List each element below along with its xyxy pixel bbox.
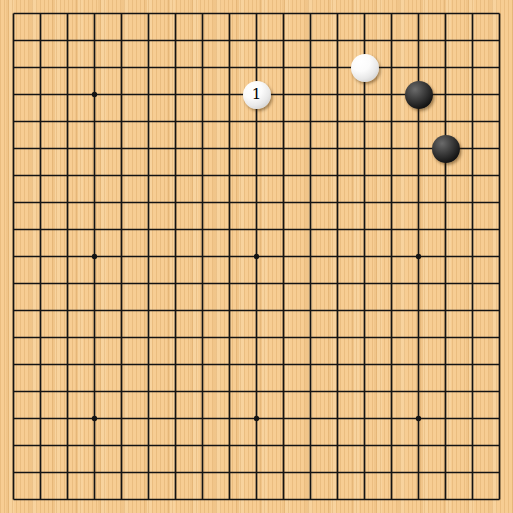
- intersection-P13[interactable]: [378, 162, 405, 189]
- intersection-N16[interactable]: [324, 81, 351, 108]
- intersection-T12[interactable]: [486, 189, 513, 216]
- intersection-O18[interactable]: [351, 27, 378, 54]
- intersection-P3[interactable]: [378, 432, 405, 459]
- intersection-T18[interactable]: [486, 27, 513, 54]
- intersection-H15[interactable]: [189, 108, 216, 135]
- intersection-M14[interactable]: [297, 135, 324, 162]
- intersection-C2[interactable]: [54, 459, 81, 486]
- intersection-R17[interactable]: [432, 54, 459, 81]
- intersection-L17[interactable]: [270, 54, 297, 81]
- intersection-T19[interactable]: [486, 0, 513, 27]
- intersection-A6[interactable]: [0, 351, 27, 378]
- intersection-D9[interactable]: [81, 270, 108, 297]
- intersection-S16[interactable]: [459, 81, 486, 108]
- intersection-A14[interactable]: [0, 135, 27, 162]
- intersection-D7[interactable]: [81, 324, 108, 351]
- intersection-C13[interactable]: [54, 162, 81, 189]
- intersection-P19[interactable]: [378, 0, 405, 27]
- intersection-N2[interactable]: [324, 459, 351, 486]
- intersection-O2[interactable]: [351, 459, 378, 486]
- intersection-A2[interactable]: [0, 459, 27, 486]
- intersection-Q5[interactable]: [405, 378, 432, 405]
- intersection-Q15[interactable]: [405, 108, 432, 135]
- intersection-D4[interactable]: [81, 405, 108, 432]
- intersection-M8[interactable]: [297, 297, 324, 324]
- intersection-F11[interactable]: [135, 216, 162, 243]
- intersection-L7[interactable]: [270, 324, 297, 351]
- intersection-C15[interactable]: [54, 108, 81, 135]
- intersection-A1[interactable]: [0, 486, 27, 513]
- intersection-E16[interactable]: [108, 81, 135, 108]
- intersection-B1[interactable]: [27, 486, 54, 513]
- intersection-T13[interactable]: [486, 162, 513, 189]
- intersection-F6[interactable]: [135, 351, 162, 378]
- intersection-E11[interactable]: [108, 216, 135, 243]
- intersection-Q6[interactable]: [405, 351, 432, 378]
- intersection-K12[interactable]: [243, 189, 270, 216]
- intersection-M2[interactable]: [297, 459, 324, 486]
- intersection-A5[interactable]: [0, 378, 27, 405]
- intersection-F10[interactable]: [135, 243, 162, 270]
- intersection-K2[interactable]: [243, 459, 270, 486]
- intersection-B18[interactable]: [27, 27, 54, 54]
- intersection-M19[interactable]: [297, 0, 324, 27]
- intersection-F13[interactable]: [135, 162, 162, 189]
- intersection-N13[interactable]: [324, 162, 351, 189]
- intersection-J1[interactable]: [216, 486, 243, 513]
- intersection-A17[interactable]: [0, 54, 27, 81]
- intersection-S2[interactable]: [459, 459, 486, 486]
- intersection-C17[interactable]: [54, 54, 81, 81]
- intersection-D11[interactable]: [81, 216, 108, 243]
- intersection-D12[interactable]: [81, 189, 108, 216]
- intersection-C1[interactable]: [54, 486, 81, 513]
- intersection-O13[interactable]: [351, 162, 378, 189]
- intersection-F5[interactable]: [135, 378, 162, 405]
- intersection-P16[interactable]: [378, 81, 405, 108]
- intersection-C18[interactable]: [54, 27, 81, 54]
- intersection-A12[interactable]: [0, 189, 27, 216]
- intersection-S7[interactable]: [459, 324, 486, 351]
- intersection-L16[interactable]: [270, 81, 297, 108]
- intersection-F17[interactable]: [135, 54, 162, 81]
- intersection-K13[interactable]: [243, 162, 270, 189]
- intersection-P4[interactable]: [378, 405, 405, 432]
- intersection-S12[interactable]: [459, 189, 486, 216]
- intersection-G5[interactable]: [162, 378, 189, 405]
- intersection-P17[interactable]: [378, 54, 405, 81]
- intersection-P5[interactable]: [378, 378, 405, 405]
- intersection-T7[interactable]: [486, 324, 513, 351]
- intersection-E8[interactable]: [108, 297, 135, 324]
- intersection-F3[interactable]: [135, 432, 162, 459]
- intersection-K18[interactable]: [243, 27, 270, 54]
- intersection-B6[interactable]: [27, 351, 54, 378]
- intersection-G16[interactable]: [162, 81, 189, 108]
- intersection-K3[interactable]: [243, 432, 270, 459]
- intersection-O5[interactable]: [351, 378, 378, 405]
- intersection-J10[interactable]: [216, 243, 243, 270]
- intersection-D3[interactable]: [81, 432, 108, 459]
- intersection-O3[interactable]: [351, 432, 378, 459]
- intersection-J3[interactable]: [216, 432, 243, 459]
- intersection-F7[interactable]: [135, 324, 162, 351]
- intersection-F8[interactable]: [135, 297, 162, 324]
- intersection-R4[interactable]: [432, 405, 459, 432]
- intersection-K14[interactable]: [243, 135, 270, 162]
- intersection-H13[interactable]: [189, 162, 216, 189]
- intersection-M5[interactable]: [297, 378, 324, 405]
- intersection-P8[interactable]: [378, 297, 405, 324]
- intersection-B3[interactable]: [27, 432, 54, 459]
- intersection-C4[interactable]: [54, 405, 81, 432]
- intersection-J9[interactable]: [216, 270, 243, 297]
- intersection-H16[interactable]: [189, 81, 216, 108]
- intersection-Q4[interactable]: [405, 405, 432, 432]
- intersection-B9[interactable]: [27, 270, 54, 297]
- intersection-C10[interactable]: [54, 243, 81, 270]
- intersection-Q14[interactable]: [405, 135, 432, 162]
- intersection-B5[interactable]: [27, 378, 54, 405]
- intersection-F15[interactable]: [135, 108, 162, 135]
- intersection-E15[interactable]: [108, 108, 135, 135]
- intersection-H8[interactable]: [189, 297, 216, 324]
- intersection-L10[interactable]: [270, 243, 297, 270]
- intersection-F12[interactable]: [135, 189, 162, 216]
- intersection-K15[interactable]: [243, 108, 270, 135]
- intersection-P6[interactable]: [378, 351, 405, 378]
- intersection-G13[interactable]: [162, 162, 189, 189]
- intersection-E10[interactable]: [108, 243, 135, 270]
- intersection-P12[interactable]: [378, 189, 405, 216]
- intersection-J12[interactable]: [216, 189, 243, 216]
- intersection-O19[interactable]: [351, 0, 378, 27]
- intersection-M4[interactable]: [297, 405, 324, 432]
- intersection-H6[interactable]: [189, 351, 216, 378]
- intersection-H5[interactable]: [189, 378, 216, 405]
- intersection-B8[interactable]: [27, 297, 54, 324]
- intersection-G14[interactable]: [162, 135, 189, 162]
- intersection-L4[interactable]: [270, 405, 297, 432]
- intersection-M17[interactable]: [297, 54, 324, 81]
- intersection-E19[interactable]: [108, 0, 135, 27]
- intersection-O15[interactable]: [351, 108, 378, 135]
- intersection-A15[interactable]: [0, 108, 27, 135]
- intersection-S6[interactable]: [459, 351, 486, 378]
- intersection-C16[interactable]: [54, 81, 81, 108]
- intersection-R7[interactable]: [432, 324, 459, 351]
- intersection-L13[interactable]: [270, 162, 297, 189]
- intersection-R10[interactable]: [432, 243, 459, 270]
- intersection-J11[interactable]: [216, 216, 243, 243]
- intersection-T17[interactable]: [486, 54, 513, 81]
- intersection-O8[interactable]: [351, 297, 378, 324]
- intersection-O14[interactable]: [351, 135, 378, 162]
- intersection-S13[interactable]: [459, 162, 486, 189]
- intersection-S1[interactable]: [459, 486, 486, 513]
- intersection-O6[interactable]: [351, 351, 378, 378]
- intersection-D2[interactable]: [81, 459, 108, 486]
- intersection-D16[interactable]: [81, 81, 108, 108]
- intersection-B15[interactable]: [27, 108, 54, 135]
- intersection-M12[interactable]: [297, 189, 324, 216]
- intersection-G19[interactable]: [162, 0, 189, 27]
- intersection-N8[interactable]: [324, 297, 351, 324]
- intersection-K1[interactable]: [243, 486, 270, 513]
- intersection-Q3[interactable]: [405, 432, 432, 459]
- intersection-M16[interactable]: [297, 81, 324, 108]
- intersection-B11[interactable]: [27, 216, 54, 243]
- intersection-N4[interactable]: [324, 405, 351, 432]
- intersection-J7[interactable]: [216, 324, 243, 351]
- intersection-T15[interactable]: [486, 108, 513, 135]
- intersection-D6[interactable]: [81, 351, 108, 378]
- intersection-Q18[interactable]: [405, 27, 432, 54]
- intersection-P1[interactable]: [378, 486, 405, 513]
- intersection-T3[interactable]: [486, 432, 513, 459]
- intersection-N19[interactable]: [324, 0, 351, 27]
- intersection-S11[interactable]: [459, 216, 486, 243]
- intersection-E9[interactable]: [108, 270, 135, 297]
- intersection-H3[interactable]: [189, 432, 216, 459]
- intersection-J4[interactable]: [216, 405, 243, 432]
- intersection-Q11[interactable]: [405, 216, 432, 243]
- intersection-F18[interactable]: [135, 27, 162, 54]
- intersection-A3[interactable]: [0, 432, 27, 459]
- intersection-F19[interactable]: [135, 0, 162, 27]
- intersection-K5[interactable]: [243, 378, 270, 405]
- intersection-C9[interactable]: [54, 270, 81, 297]
- intersection-K7[interactable]: [243, 324, 270, 351]
- intersection-B7[interactable]: [27, 324, 54, 351]
- intersection-G15[interactable]: [162, 108, 189, 135]
- intersection-E5[interactable]: [108, 378, 135, 405]
- intersection-R15[interactable]: [432, 108, 459, 135]
- intersection-D8[interactable]: [81, 297, 108, 324]
- intersection-K19[interactable]: [243, 0, 270, 27]
- intersection-H14[interactable]: [189, 135, 216, 162]
- intersection-Q2[interactable]: [405, 459, 432, 486]
- intersection-L6[interactable]: [270, 351, 297, 378]
- intersection-M1[interactable]: [297, 486, 324, 513]
- intersection-D5[interactable]: [81, 378, 108, 405]
- intersection-D17[interactable]: [81, 54, 108, 81]
- intersection-E2[interactable]: [108, 459, 135, 486]
- intersection-P9[interactable]: [378, 270, 405, 297]
- intersection-P15[interactable]: [378, 108, 405, 135]
- intersection-F9[interactable]: [135, 270, 162, 297]
- intersection-E18[interactable]: [108, 27, 135, 54]
- intersection-Q1[interactable]: [405, 486, 432, 513]
- intersection-N11[interactable]: [324, 216, 351, 243]
- intersection-R8[interactable]: [432, 297, 459, 324]
- intersection-L5[interactable]: [270, 378, 297, 405]
- intersection-T10[interactable]: [486, 243, 513, 270]
- intersection-N17[interactable]: [324, 54, 351, 81]
- intersection-Q10[interactable]: [405, 243, 432, 270]
- intersection-E1[interactable]: [108, 486, 135, 513]
- intersection-F1[interactable]: [135, 486, 162, 513]
- intersection-G8[interactable]: [162, 297, 189, 324]
- intersection-E7[interactable]: [108, 324, 135, 351]
- intersection-D13[interactable]: [81, 162, 108, 189]
- intersection-Q12[interactable]: [405, 189, 432, 216]
- intersection-L18[interactable]: [270, 27, 297, 54]
- intersection-K6[interactable]: [243, 351, 270, 378]
- intersection-Q9[interactable]: [405, 270, 432, 297]
- intersection-B12[interactable]: [27, 189, 54, 216]
- intersection-R9[interactable]: [432, 270, 459, 297]
- intersection-Q19[interactable]: [405, 0, 432, 27]
- intersection-Q7[interactable]: [405, 324, 432, 351]
- intersection-G3[interactable]: [162, 432, 189, 459]
- intersection-R13[interactable]: [432, 162, 459, 189]
- intersection-N18[interactable]: [324, 27, 351, 54]
- intersection-R2[interactable]: [432, 459, 459, 486]
- intersection-R11[interactable]: [432, 216, 459, 243]
- intersection-F14[interactable]: [135, 135, 162, 162]
- intersection-E4[interactable]: [108, 405, 135, 432]
- intersection-N5[interactable]: [324, 378, 351, 405]
- intersection-B2[interactable]: [27, 459, 54, 486]
- intersection-O17[interactable]: [351, 54, 378, 81]
- intersection-O9[interactable]: [351, 270, 378, 297]
- intersection-N3[interactable]: [324, 432, 351, 459]
- intersection-T2[interactable]: [486, 459, 513, 486]
- intersection-N12[interactable]: [324, 189, 351, 216]
- intersection-S4[interactable]: [459, 405, 486, 432]
- intersection-C7[interactable]: [54, 324, 81, 351]
- intersection-H2[interactable]: [189, 459, 216, 486]
- intersection-Q8[interactable]: [405, 297, 432, 324]
- intersection-R12[interactable]: [432, 189, 459, 216]
- intersection-R19[interactable]: [432, 0, 459, 27]
- intersection-M15[interactable]: [297, 108, 324, 135]
- intersection-T14[interactable]: [486, 135, 513, 162]
- intersection-B10[interactable]: [27, 243, 54, 270]
- intersection-N10[interactable]: [324, 243, 351, 270]
- intersection-E14[interactable]: [108, 135, 135, 162]
- intersection-E17[interactable]: [108, 54, 135, 81]
- intersection-A9[interactable]: [0, 270, 27, 297]
- intersection-K17[interactable]: [243, 54, 270, 81]
- intersection-H1[interactable]: [189, 486, 216, 513]
- intersection-O1[interactable]: [351, 486, 378, 513]
- intersection-C12[interactable]: [54, 189, 81, 216]
- intersection-R1[interactable]: [432, 486, 459, 513]
- intersection-A18[interactable]: [0, 27, 27, 54]
- intersection-S14[interactable]: [459, 135, 486, 162]
- intersection-M10[interactable]: [297, 243, 324, 270]
- intersection-R5[interactable]: [432, 378, 459, 405]
- intersection-N7[interactable]: [324, 324, 351, 351]
- intersection-N9[interactable]: [324, 270, 351, 297]
- intersection-C5[interactable]: [54, 378, 81, 405]
- intersection-K10[interactable]: [243, 243, 270, 270]
- intersection-S5[interactable]: [459, 378, 486, 405]
- intersection-G1[interactable]: [162, 486, 189, 513]
- intersection-R6[interactable]: [432, 351, 459, 378]
- intersection-B19[interactable]: [27, 0, 54, 27]
- intersection-A11[interactable]: [0, 216, 27, 243]
- intersection-H12[interactable]: [189, 189, 216, 216]
- intersection-F4[interactable]: [135, 405, 162, 432]
- intersection-S8[interactable]: [459, 297, 486, 324]
- intersection-C3[interactable]: [54, 432, 81, 459]
- intersection-P10[interactable]: [378, 243, 405, 270]
- intersection-J6[interactable]: [216, 351, 243, 378]
- intersection-T4[interactable]: [486, 405, 513, 432]
- intersection-O11[interactable]: [351, 216, 378, 243]
- intersection-O12[interactable]: [351, 189, 378, 216]
- intersection-A7[interactable]: [0, 324, 27, 351]
- intersection-H19[interactable]: [189, 0, 216, 27]
- intersection-D19[interactable]: [81, 0, 108, 27]
- intersection-S17[interactable]: [459, 54, 486, 81]
- intersection-B17[interactable]: [27, 54, 54, 81]
- intersection-G4[interactable]: [162, 405, 189, 432]
- intersection-J13[interactable]: [216, 162, 243, 189]
- intersection-M13[interactable]: [297, 162, 324, 189]
- intersection-T11[interactable]: [486, 216, 513, 243]
- intersection-O16[interactable]: [351, 81, 378, 108]
- intersection-G18[interactable]: [162, 27, 189, 54]
- intersection-B16[interactable]: [27, 81, 54, 108]
- intersection-P2[interactable]: [378, 459, 405, 486]
- intersection-H4[interactable]: [189, 405, 216, 432]
- intersection-E3[interactable]: [108, 432, 135, 459]
- intersection-L19[interactable]: [270, 0, 297, 27]
- intersection-M7[interactable]: [297, 324, 324, 351]
- intersection-C6[interactable]: [54, 351, 81, 378]
- intersection-L2[interactable]: [270, 459, 297, 486]
- intersection-L1[interactable]: [270, 486, 297, 513]
- intersection-S10[interactable]: [459, 243, 486, 270]
- intersection-M18[interactable]: [297, 27, 324, 54]
- intersection-O7[interactable]: [351, 324, 378, 351]
- intersection-E13[interactable]: [108, 162, 135, 189]
- intersection-Q16[interactable]: [405, 81, 432, 108]
- intersection-H10[interactable]: [189, 243, 216, 270]
- intersection-H7[interactable]: [189, 324, 216, 351]
- intersection-E6[interactable]: [108, 351, 135, 378]
- intersection-M3[interactable]: [297, 432, 324, 459]
- intersection-B13[interactable]: [27, 162, 54, 189]
- intersection-F2[interactable]: [135, 459, 162, 486]
- intersection-T9[interactable]: [486, 270, 513, 297]
- intersection-B14[interactable]: [27, 135, 54, 162]
- intersection-R16[interactable]: [432, 81, 459, 108]
- intersection-S19[interactable]: [459, 0, 486, 27]
- intersection-N1[interactable]: [324, 486, 351, 513]
- intersection-D10[interactable]: [81, 243, 108, 270]
- intersection-C14[interactable]: [54, 135, 81, 162]
- intersection-M11[interactable]: [297, 216, 324, 243]
- intersection-C19[interactable]: [54, 0, 81, 27]
- intersection-D1[interactable]: [81, 486, 108, 513]
- intersection-B4[interactable]: [27, 405, 54, 432]
- intersection-A16[interactable]: [0, 81, 27, 108]
- intersection-Q17[interactable]: [405, 54, 432, 81]
- intersection-P14[interactable]: [378, 135, 405, 162]
- intersection-N14[interactable]: [324, 135, 351, 162]
- intersection-C11[interactable]: [54, 216, 81, 243]
- intersection-J5[interactable]: [216, 378, 243, 405]
- intersection-A10[interactable]: [0, 243, 27, 270]
- intersection-F16[interactable]: [135, 81, 162, 108]
- intersection-G9[interactable]: [162, 270, 189, 297]
- intersection-K11[interactable]: [243, 216, 270, 243]
